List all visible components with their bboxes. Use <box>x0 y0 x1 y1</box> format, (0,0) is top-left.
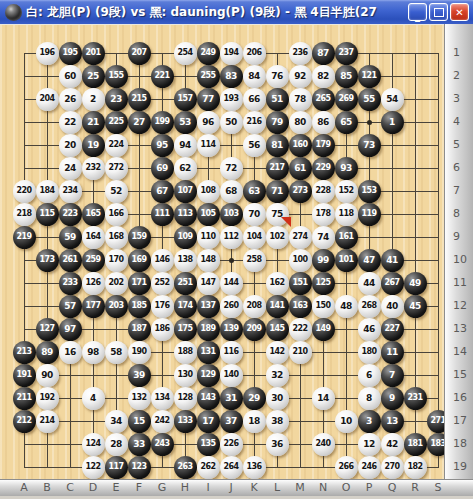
stone-W216: 216 <box>243 111 266 134</box>
stone-B212: 212 <box>13 410 36 433</box>
stone-B159: 159 <box>128 226 151 249</box>
stone-B95: 95 <box>151 134 174 157</box>
stone-B225: 225 <box>105 111 128 134</box>
stone-B219: 219 <box>13 226 36 249</box>
row-label-13: 13 <box>453 322 467 335</box>
stone-W122: 122 <box>82 456 105 479</box>
stone-B25: 25 <box>82 65 105 88</box>
col-label-H: H <box>181 481 189 494</box>
stone-W44: 44 <box>358 272 381 295</box>
stone-B229: 229 <box>312 157 335 180</box>
stone-W114: 114 <box>197 134 220 157</box>
stone-W138: 138 <box>174 249 197 272</box>
stone-B161: 161 <box>335 226 358 249</box>
stone-W170: 170 <box>105 249 128 272</box>
app-icon <box>5 4 22 21</box>
col-label-A: A <box>20 481 28 494</box>
stone-W72: 72 <box>220 157 243 180</box>
col-label-K: K <box>250 481 257 494</box>
stone-W214: 214 <box>36 410 59 433</box>
stone-B199: 199 <box>151 111 174 134</box>
stone-B103: 103 <box>220 203 243 226</box>
stone-B203: 203 <box>105 295 128 318</box>
stone-B29: 29 <box>243 387 266 410</box>
col-label-S: S <box>435 481 442 494</box>
stone-B15: 15 <box>128 410 151 433</box>
stone-B67: 67 <box>151 180 174 203</box>
stone-B19: 19 <box>82 134 105 157</box>
stone-B153: 153 <box>358 180 381 203</box>
stone-W208: 208 <box>243 295 266 318</box>
stone-B171: 171 <box>128 272 151 295</box>
stone-W116: 116 <box>220 341 243 364</box>
stone-W82: 82 <box>312 65 335 88</box>
stone-B111: 111 <box>151 203 174 226</box>
stone-W184: 184 <box>36 180 59 203</box>
col-label-J: J <box>229 481 232 494</box>
stone-W264: 264 <box>220 456 243 479</box>
stone-W146: 146 <box>151 249 174 272</box>
stone-W202: 202 <box>105 272 128 295</box>
col-label-B: B <box>43 481 51 494</box>
stone-B213: 213 <box>13 341 36 364</box>
stone-B185: 185 <box>128 295 151 318</box>
stone-B57: 57 <box>59 295 82 318</box>
stone-B45: 45 <box>404 295 427 318</box>
stone-B85: 85 <box>335 65 358 88</box>
row-label-5: 5 <box>453 138 460 151</box>
stone-W74: 74 <box>312 226 335 249</box>
stone-W182: 182 <box>404 456 427 479</box>
title-bar[interactable]: 白: 龙胆(P) (9段) vs 黑: dauning(P) (9段) - 黑 … <box>0 0 473 24</box>
stone-W193: 193 <box>220 88 243 111</box>
stone-B151: 151 <box>289 272 312 295</box>
stone-W84: 84 <box>243 65 266 88</box>
stone-B141: 141 <box>266 295 289 318</box>
stone-W272: 272 <box>105 157 128 180</box>
stone-W48: 48 <box>335 295 358 318</box>
stone-W258: 258 <box>243 249 266 272</box>
stone-B7: 7 <box>381 364 404 387</box>
stone-W24: 24 <box>59 157 82 180</box>
stone-B11: 11 <box>381 341 404 364</box>
stone-B243: 243 <box>151 433 174 456</box>
stone-B61: 61 <box>289 157 312 180</box>
stone-W76: 76 <box>266 65 289 88</box>
stone-B155: 155 <box>105 65 128 88</box>
stone-B207: 207 <box>128 42 151 65</box>
stone-W10: 10 <box>335 410 358 433</box>
stone-B249: 249 <box>197 42 220 65</box>
stone-B237: 237 <box>335 42 358 65</box>
row-label-4: 4 <box>453 115 460 128</box>
stone-B87: 87 <box>312 42 335 65</box>
stone-W34: 34 <box>105 410 128 433</box>
col-label-I: I <box>206 481 209 494</box>
stone-W110: 110 <box>197 226 220 249</box>
stone-B17: 17 <box>197 410 220 433</box>
stone-W246: 246 <box>358 456 381 479</box>
maximize-button[interactable] <box>429 3 448 21</box>
stone-B107: 107 <box>174 180 197 203</box>
star-point <box>367 120 372 125</box>
stone-W62: 62 <box>174 157 197 180</box>
stone-W270: 270 <box>381 456 404 479</box>
stone-B209: 209 <box>243 318 266 341</box>
stone-W142: 142 <box>266 341 289 364</box>
stone-W98: 98 <box>82 341 105 364</box>
stone-W218: 218 <box>13 203 36 226</box>
stone-B69: 69 <box>151 157 174 180</box>
stone-B139: 139 <box>220 318 243 341</box>
stone-B119: 119 <box>358 203 381 226</box>
stone-W220: 220 <box>13 180 36 203</box>
col-label-D: D <box>89 481 97 494</box>
stone-B149: 149 <box>312 318 335 341</box>
stone-B97: 97 <box>59 318 82 341</box>
stone-B77: 77 <box>197 88 220 111</box>
stone-B263: 263 <box>174 456 197 479</box>
close-button[interactable]: ✕ <box>450 3 469 21</box>
stone-W204: 204 <box>36 88 59 111</box>
maximize-icon <box>434 8 444 17</box>
stone-B39: 39 <box>128 364 151 387</box>
stone-W75: 75 <box>266 203 289 226</box>
stone-W206: 206 <box>243 42 266 65</box>
stone-W60: 60 <box>59 65 82 88</box>
row-label-16: 16 <box>453 391 467 404</box>
stone-B189: 189 <box>197 318 220 341</box>
stone-B125: 125 <box>312 272 335 295</box>
row-label-8: 8 <box>453 207 460 220</box>
stone-W162: 162 <box>266 272 289 295</box>
row-label-14: 14 <box>453 345 467 358</box>
stone-W228: 228 <box>312 180 335 203</box>
stone-W58: 58 <box>105 341 128 364</box>
stone-W68: 68 <box>220 180 243 203</box>
stone-B79: 79 <box>266 111 289 134</box>
stone-B21: 21 <box>82 111 105 134</box>
stone-W32: 32 <box>266 364 289 387</box>
row-label-2: 2 <box>453 69 460 82</box>
stone-B41: 41 <box>381 249 404 272</box>
stone-W46: 46 <box>358 318 381 341</box>
stone-B121: 121 <box>358 65 381 88</box>
stone-W100: 100 <box>289 249 312 272</box>
minimize-button[interactable]: _ <box>408 3 427 21</box>
stone-B221: 221 <box>151 65 174 88</box>
stone-B23: 23 <box>105 88 128 111</box>
stone-W128: 128 <box>174 387 197 410</box>
stone-B123: 123 <box>128 456 151 479</box>
stone-B51: 51 <box>266 88 289 111</box>
stone-W80: 80 <box>289 111 312 134</box>
col-label-E: E <box>113 481 120 494</box>
row-label-15: 15 <box>453 368 467 381</box>
stone-W70: 70 <box>243 203 266 226</box>
stone-W56: 56 <box>243 134 266 157</box>
stone-W26: 26 <box>59 88 82 111</box>
stone-B129: 129 <box>197 364 220 387</box>
stone-B65: 65 <box>335 111 358 134</box>
stone-W136: 136 <box>243 456 266 479</box>
stone-W194: 194 <box>220 42 243 65</box>
row-label-7: 7 <box>453 184 460 197</box>
stone-B179: 179 <box>312 134 335 157</box>
row-label-1: 1 <box>453 46 460 59</box>
stone-B109: 109 <box>174 226 197 249</box>
stone-B31: 31 <box>220 387 243 410</box>
stone-B93: 93 <box>335 157 358 180</box>
stone-W178: 178 <box>312 203 335 226</box>
stone-W152: 152 <box>335 180 358 203</box>
stone-B73: 73 <box>358 134 381 157</box>
stone-W210: 210 <box>289 341 312 364</box>
stone-W252: 252 <box>151 272 174 295</box>
stone-W180: 180 <box>358 341 381 364</box>
stone-B81: 81 <box>266 134 289 157</box>
stone-W22: 22 <box>59 111 82 134</box>
stone-W168: 168 <box>105 226 128 249</box>
stone-B227: 227 <box>381 318 404 341</box>
stone-B137: 137 <box>197 295 220 318</box>
stone-W234: 234 <box>59 180 82 203</box>
stone-B261: 261 <box>59 249 82 272</box>
stone-W12: 12 <box>358 433 381 456</box>
stone-W108: 108 <box>197 180 220 203</box>
stone-W28: 28 <box>105 433 128 456</box>
stone-B9: 9 <box>381 387 404 410</box>
stone-W140: 140 <box>220 364 243 387</box>
stone-B13: 13 <box>381 410 404 433</box>
stone-B53: 53 <box>174 111 197 134</box>
stone-W54: 54 <box>381 88 404 111</box>
stone-W240: 240 <box>312 433 335 456</box>
stone-B143: 143 <box>197 387 220 410</box>
stone-W132: 132 <box>128 387 151 410</box>
stone-W196: 196 <box>36 42 59 65</box>
row-label-6: 6 <box>453 161 460 174</box>
stone-W102: 102 <box>266 226 289 249</box>
stone-B265: 265 <box>312 88 335 111</box>
col-label-N: N <box>319 481 327 494</box>
stone-B163: 163 <box>289 295 312 318</box>
stone-W186: 186 <box>151 318 174 341</box>
stone-B49: 49 <box>404 272 427 295</box>
stone-B33: 33 <box>128 433 151 456</box>
col-label-F: F <box>136 481 142 494</box>
col-label-O: O <box>342 481 351 494</box>
stone-B233: 233 <box>59 272 82 295</box>
stone-W38: 38 <box>266 410 289 433</box>
stone-W42: 42 <box>381 433 404 456</box>
stone-B115: 115 <box>36 203 59 226</box>
stone-W30: 30 <box>266 387 289 410</box>
stone-B135: 135 <box>197 433 220 456</box>
col-label-C: C <box>66 481 74 494</box>
stone-W86: 86 <box>312 111 335 134</box>
stone-W268: 268 <box>358 295 381 318</box>
stone-W274: 274 <box>289 226 312 249</box>
stone-B131: 131 <box>197 341 220 364</box>
stone-W254: 254 <box>174 42 197 65</box>
stone-W242: 242 <box>151 410 174 433</box>
stone-W96: 96 <box>197 111 220 134</box>
stone-B251: 251 <box>174 272 197 295</box>
stone-B165: 165 <box>82 203 105 226</box>
stone-W124: 124 <box>82 433 105 456</box>
stone-B89: 89 <box>36 341 59 364</box>
stone-B105: 105 <box>197 203 220 226</box>
stone-W20: 20 <box>59 134 82 157</box>
stone-B201: 201 <box>82 42 105 65</box>
stone-W188: 188 <box>174 341 197 364</box>
stone-B269: 269 <box>335 88 358 111</box>
stone-B174: 174 <box>174 295 197 318</box>
col-label-L: L <box>274 481 280 494</box>
row-label-3: 3 <box>453 92 460 105</box>
stone-W66: 66 <box>243 88 266 111</box>
stone-W94: 94 <box>174 134 197 157</box>
stone-W6: 6 <box>358 364 381 387</box>
stone-W134: 134 <box>151 387 174 410</box>
stone-B127: 127 <box>36 318 59 341</box>
stone-W92: 92 <box>289 65 312 88</box>
col-label-R: R <box>411 481 419 494</box>
window-title: 白: 龙胆(P) (9段) vs 黑: dauning(P) (9段) - 黑 … <box>26 4 470 21</box>
stone-B173: 173 <box>36 249 59 272</box>
stone-W52: 52 <box>105 180 128 203</box>
stone-W192: 192 <box>36 387 59 410</box>
stone-B47: 47 <box>358 249 381 272</box>
row-label-17: 17 <box>453 414 467 427</box>
stone-W266: 266 <box>335 456 358 479</box>
stone-B177: 177 <box>82 295 105 318</box>
stone-B217: 217 <box>266 157 289 180</box>
stone-B231: 231 <box>404 387 427 410</box>
stone-W190: 190 <box>128 341 151 364</box>
stone-W166: 166 <box>105 203 128 226</box>
row-coordinate-strip: 12345678910111213141516171819 <box>444 24 473 479</box>
stone-W16: 16 <box>59 341 82 364</box>
stone-W18: 18 <box>243 410 266 433</box>
stone-W150: 150 <box>312 295 335 318</box>
col-label-Q: Q <box>388 481 397 494</box>
stone-B27: 27 <box>128 111 151 134</box>
stone-B157: 157 <box>174 88 197 111</box>
stone-W222: 222 <box>289 318 312 341</box>
stone-W90: 90 <box>36 364 59 387</box>
stone-B83: 83 <box>220 65 243 88</box>
row-label-18: 18 <box>453 437 467 450</box>
stone-W226: 226 <box>220 433 243 456</box>
stone-W118: 118 <box>335 203 358 226</box>
stone-W232: 232 <box>82 157 105 180</box>
star-point <box>229 258 234 263</box>
stone-B113: 113 <box>174 203 197 226</box>
stone-W40: 40 <box>381 295 404 318</box>
stone-W176: 176 <box>151 295 174 318</box>
stone-B181: 181 <box>404 433 427 456</box>
stone-W224: 224 <box>105 134 128 157</box>
stone-B215: 215 <box>128 88 151 111</box>
stone-B191: 191 <box>13 364 36 387</box>
stone-W126: 126 <box>82 272 105 295</box>
stone-W144: 144 <box>220 272 243 295</box>
stone-B99: 99 <box>312 249 335 272</box>
stone-B1: 1 <box>381 111 404 134</box>
stone-W78: 78 <box>289 88 312 111</box>
stone-W14: 14 <box>312 387 335 410</box>
stone-W112: 112 <box>220 226 243 249</box>
stone-W130: 130 <box>174 364 197 387</box>
col-label-P: P <box>366 481 373 494</box>
stone-B175: 175 <box>174 318 197 341</box>
stone-W262: 262 <box>197 456 220 479</box>
stone-B160: 160 <box>289 134 312 157</box>
go-viewer-window: 白: 龙胆(P) (9段) vs 黑: dauning(P) (9段) - 黑 … <box>0 0 473 499</box>
stone-W164: 164 <box>82 226 105 249</box>
stone-B273: 273 <box>289 180 312 203</box>
stone-B259: 259 <box>82 249 105 272</box>
stone-B145: 145 <box>266 318 289 341</box>
stone-W50: 50 <box>220 111 243 134</box>
stone-W36: 36 <box>266 433 289 456</box>
stone-W147: 147 <box>197 272 220 295</box>
stone-W2: 2 <box>82 88 105 111</box>
stone-W236: 236 <box>289 42 312 65</box>
stone-B223: 223 <box>59 203 82 226</box>
stone-B117: 117 <box>105 456 128 479</box>
col-label-G: G <box>158 481 167 494</box>
stone-B63: 63 <box>243 180 266 203</box>
stone-W8: 8 <box>358 387 381 410</box>
stone-B211: 211 <box>13 387 36 410</box>
stone-W260: 260 <box>220 295 243 318</box>
stone-B169: 169 <box>128 249 151 272</box>
board-panel: 1961952012072542491942062368723760251552… <box>0 24 473 499</box>
row-label-10: 10 <box>453 253 467 266</box>
column-coordinate-strip: ABCDEFGHIJKLMNOPQRS <box>0 479 473 496</box>
stone-B267: 267 <box>381 272 404 295</box>
stone-B3: 3 <box>358 410 381 433</box>
row-label-19: 19 <box>453 460 467 473</box>
stone-B59: 59 <box>59 226 82 249</box>
row-label-11: 11 <box>453 276 467 289</box>
stone-B55: 55 <box>358 88 381 111</box>
stone-W4: 4 <box>82 387 105 410</box>
stone-B195: 195 <box>59 42 82 65</box>
stone-W104: 104 <box>243 226 266 249</box>
row-label-9: 9 <box>453 230 460 243</box>
stone-B37: 37 <box>220 410 243 433</box>
stone-B187: 187 <box>128 318 151 341</box>
col-label-M: M <box>295 481 305 494</box>
stone-B71: 71 <box>266 180 289 203</box>
row-label-12: 12 <box>453 299 467 312</box>
stone-B133: 133 <box>174 410 197 433</box>
stone-B255: 255 <box>197 65 220 88</box>
stone-W148: 148 <box>197 249 220 272</box>
stone-B101: 101 <box>335 249 358 272</box>
